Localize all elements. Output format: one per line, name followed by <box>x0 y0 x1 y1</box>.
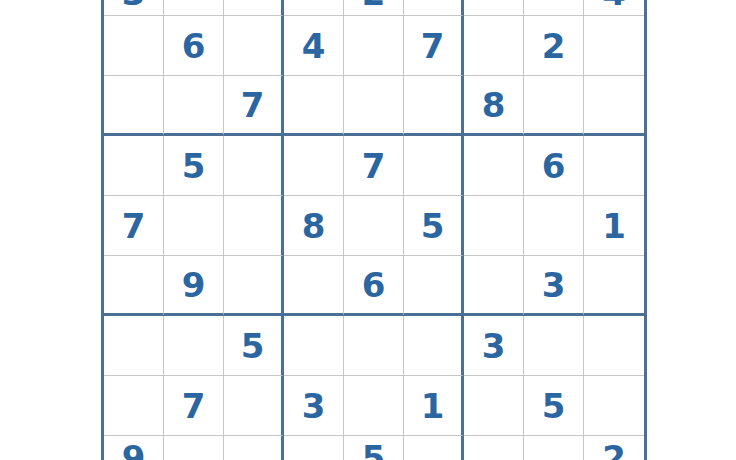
given-digit: 3 <box>542 268 566 302</box>
cell-r6c5[interactable]: 6 <box>344 256 404 316</box>
cell-r1c9[interactable]: 4 <box>584 0 644 16</box>
cell-r3c3[interactable]: 7 <box>224 76 284 136</box>
given-digit: 5 <box>241 329 265 363</box>
given-digit: 3 <box>482 329 506 363</box>
cell-r3c4[interactable] <box>284 76 344 136</box>
cell-r1c4[interactable] <box>284 0 344 16</box>
cell-r2c9[interactable] <box>584 16 644 76</box>
sudoku-board: 3246472785767851963537315952 <box>101 0 647 460</box>
cell-r7c2[interactable] <box>164 316 224 376</box>
given-digit: 7 <box>122 209 146 243</box>
given-digit: 4 <box>602 0 626 10</box>
cell-r3c2[interactable] <box>164 76 224 136</box>
cell-r1c8[interactable] <box>524 0 584 16</box>
given-digit: 5 <box>362 441 386 460</box>
cell-r2c1[interactable] <box>104 16 164 76</box>
cell-r8c8[interactable]: 5 <box>524 376 584 436</box>
cell-r4c8[interactable]: 6 <box>524 136 584 196</box>
cell-r8c9[interactable] <box>584 376 644 436</box>
cell-r1c6[interactable] <box>404 0 464 16</box>
given-digit: 7 <box>362 149 386 183</box>
given-digit: 5 <box>542 389 566 423</box>
given-digit: 2 <box>362 0 386 10</box>
given-digit: 9 <box>182 268 206 302</box>
cell-r5c3[interactable] <box>224 196 284 256</box>
cell-r7c1[interactable] <box>104 316 164 376</box>
cell-r3c5[interactable] <box>344 76 404 136</box>
cell-r6c4[interactable] <box>284 256 344 316</box>
cell-r4c4[interactable] <box>284 136 344 196</box>
cell-r8c4[interactable]: 3 <box>284 376 344 436</box>
cell-r2c8[interactable]: 2 <box>524 16 584 76</box>
cell-r5c6[interactable]: 5 <box>404 196 464 256</box>
given-digit: 8 <box>302 209 326 243</box>
cell-r7c8[interactable] <box>524 316 584 376</box>
cell-r1c3[interactable] <box>224 0 284 16</box>
cell-r1c7[interactable] <box>464 0 524 16</box>
given-digit: 1 <box>421 389 445 423</box>
cell-r6c1[interactable] <box>104 256 164 316</box>
given-digit: 5 <box>182 149 206 183</box>
cell-r2c5[interactable] <box>344 16 404 76</box>
cell-r7c9[interactable] <box>584 316 644 376</box>
cell-r3c1[interactable] <box>104 76 164 136</box>
cell-r6c6[interactable] <box>404 256 464 316</box>
cell-r9c5[interactable]: 5 <box>344 436 404 460</box>
cell-r4c9[interactable] <box>584 136 644 196</box>
cell-r3c8[interactable] <box>524 76 584 136</box>
cell-r2c6[interactable]: 7 <box>404 16 464 76</box>
cell-r2c4[interactable]: 4 <box>284 16 344 76</box>
given-digit: 9 <box>122 441 146 460</box>
given-digit: 6 <box>542 149 566 183</box>
cell-r4c5[interactable]: 7 <box>344 136 404 196</box>
cell-r8c7[interactable] <box>464 376 524 436</box>
cell-r5c8[interactable] <box>524 196 584 256</box>
cell-r3c9[interactable] <box>584 76 644 136</box>
cell-r9c8[interactable] <box>524 436 584 460</box>
cell-r6c7[interactable] <box>464 256 524 316</box>
cell-r6c3[interactable] <box>224 256 284 316</box>
cell-r5c2[interactable] <box>164 196 224 256</box>
cell-r4c6[interactable] <box>404 136 464 196</box>
cell-r4c1[interactable] <box>104 136 164 196</box>
cell-r9c2[interactable] <box>164 436 224 460</box>
cell-r2c2[interactable]: 6 <box>164 16 224 76</box>
sudoku-screenshot: 3246472785767851963537315952 <box>0 0 736 460</box>
given-digit: 3 <box>122 0 146 10</box>
cell-r3c6[interactable] <box>404 76 464 136</box>
cell-r7c4[interactable] <box>284 316 344 376</box>
cell-r4c2[interactable]: 5 <box>164 136 224 196</box>
cell-r2c3[interactable] <box>224 16 284 76</box>
cell-r9c6[interactable] <box>404 436 464 460</box>
cell-r8c6[interactable]: 1 <box>404 376 464 436</box>
given-digit: 8 <box>482 88 506 122</box>
cell-r5c1[interactable]: 7 <box>104 196 164 256</box>
given-digit: 6 <box>182 29 206 63</box>
cell-r7c3[interactable]: 5 <box>224 316 284 376</box>
cell-r9c3[interactable] <box>224 436 284 460</box>
cell-r7c7[interactable]: 3 <box>464 316 524 376</box>
cell-r9c7[interactable] <box>464 436 524 460</box>
cell-r5c9[interactable]: 1 <box>584 196 644 256</box>
given-digit: 5 <box>421 209 445 243</box>
cell-r9c1[interactable]: 9 <box>104 436 164 460</box>
cell-r8c1[interactable] <box>104 376 164 436</box>
cell-r3c7[interactable]: 8 <box>464 76 524 136</box>
cell-r1c1[interactable]: 3 <box>104 0 164 16</box>
cell-r5c4[interactable]: 8 <box>284 196 344 256</box>
cell-r8c3[interactable] <box>224 376 284 436</box>
cell-r2c7[interactable] <box>464 16 524 76</box>
cell-r7c5[interactable] <box>344 316 404 376</box>
cell-r4c3[interactable] <box>224 136 284 196</box>
given-digit: 7 <box>241 88 265 122</box>
cell-r6c2[interactable]: 9 <box>164 256 224 316</box>
cell-r9c4[interactable] <box>284 436 344 460</box>
given-digit: 2 <box>602 441 626 460</box>
cell-r9c9[interactable]: 2 <box>584 436 644 460</box>
given-digit: 3 <box>302 389 326 423</box>
given-digit: 7 <box>421 29 445 63</box>
cell-r1c5[interactable]: 2 <box>344 0 404 16</box>
cell-r1c2[interactable] <box>164 0 224 16</box>
given-digit: 2 <box>542 29 566 63</box>
cell-r6c9[interactable] <box>584 256 644 316</box>
cell-r8c5[interactable] <box>344 376 404 436</box>
cell-r5c7[interactable] <box>464 196 524 256</box>
given-digit: 1 <box>602 209 626 243</box>
given-digit: 6 <box>362 268 386 302</box>
given-digit: 4 <box>302 29 326 63</box>
cell-r7c6[interactable] <box>404 316 464 376</box>
cell-r8c2[interactable]: 7 <box>164 376 224 436</box>
given-digit: 7 <box>182 389 206 423</box>
cell-r6c8[interactable]: 3 <box>524 256 584 316</box>
cell-r4c7[interactable] <box>464 136 524 196</box>
cell-r5c5[interactable] <box>344 196 404 256</box>
